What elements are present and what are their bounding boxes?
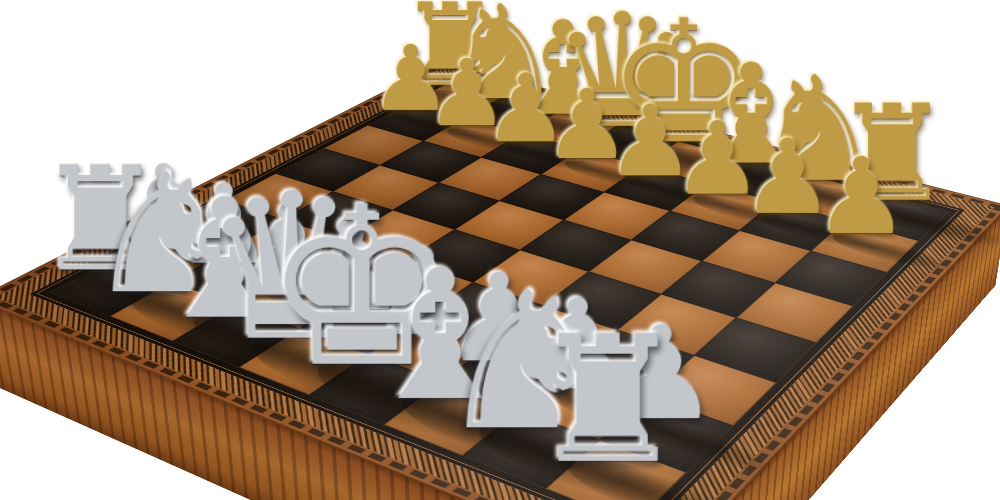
scene: ♜♞♝♛♚♝♞♜♟♟♟♟♟♟♟♟♟♟♟♟♟♟♟♟♜♞♝♛♚♝♞♜ (0, 0, 1000, 500)
pawn-glyph: ♟ (814, 144, 909, 250)
chess-world: ♜♞♝♛♚♝♞♜♟♟♟♟♟♟♟♟♟♟♟♟♟♟♟♟♜♞♝♛♚♝♞♜ (0, 63, 1000, 500)
rook-glyph: ♜ (529, 313, 687, 489)
